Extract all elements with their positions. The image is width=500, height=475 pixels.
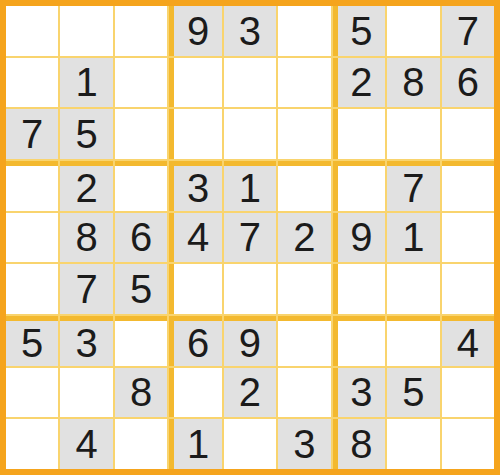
cell-r5c6[interactable]: 2 bbox=[278, 213, 330, 263]
cell-r1c6[interactable] bbox=[278, 6, 330, 56]
cell-r2c7[interactable]: 2 bbox=[333, 58, 385, 108]
cell-r9c1[interactable] bbox=[6, 419, 58, 469]
cell-r4c1[interactable] bbox=[6, 161, 58, 211]
cell-r1c2[interactable] bbox=[60, 6, 112, 56]
cell-r3c5[interactable] bbox=[224, 109, 276, 159]
cell-r6c6[interactable] bbox=[278, 264, 330, 314]
cell-r5c4[interactable]: 4 bbox=[169, 213, 221, 263]
cell-r1c4[interactable]: 9 bbox=[169, 6, 221, 56]
cell-r9c5[interactable] bbox=[224, 419, 276, 469]
cell-r7c5[interactable]: 9 bbox=[224, 316, 276, 366]
cell-r5c7[interactable]: 9 bbox=[333, 213, 385, 263]
cell-r7c2[interactable]: 3 bbox=[60, 316, 112, 366]
cell-r2c5[interactable] bbox=[224, 58, 276, 108]
cell-r9c4[interactable]: 1 bbox=[169, 419, 221, 469]
cell-r3c1[interactable]: 7 bbox=[6, 109, 58, 159]
cell-r5c2[interactable]: 8 bbox=[60, 213, 112, 263]
cell-r5c9[interactable] bbox=[442, 213, 494, 263]
sudoku-grid: 935712867523178647291755369482354138 bbox=[6, 6, 494, 469]
cell-r7c4[interactable]: 6 bbox=[169, 316, 221, 366]
cell-r2c4[interactable] bbox=[169, 58, 221, 108]
cell-r6c8[interactable] bbox=[387, 264, 439, 314]
cell-r9c8[interactable] bbox=[387, 419, 439, 469]
cell-r7c1[interactable]: 5 bbox=[6, 316, 58, 366]
cell-r9c9[interactable] bbox=[442, 419, 494, 469]
cell-r7c9[interactable]: 4 bbox=[442, 316, 494, 366]
cell-r1c8[interactable] bbox=[387, 6, 439, 56]
cell-r4c8[interactable]: 7 bbox=[387, 161, 439, 211]
cell-r8c2[interactable] bbox=[60, 368, 112, 418]
cell-r7c8[interactable] bbox=[387, 316, 439, 366]
cell-r6c5[interactable] bbox=[224, 264, 276, 314]
cell-r9c3[interactable] bbox=[115, 419, 167, 469]
cell-r1c1[interactable] bbox=[6, 6, 58, 56]
cell-r3c9[interactable] bbox=[442, 109, 494, 159]
cell-r1c5[interactable]: 3 bbox=[224, 6, 276, 56]
cell-r9c7[interactable]: 8 bbox=[333, 419, 385, 469]
cell-r8c8[interactable]: 5 bbox=[387, 368, 439, 418]
cell-r2c3[interactable] bbox=[115, 58, 167, 108]
cell-r1c3[interactable] bbox=[115, 6, 167, 56]
cell-r5c8[interactable]: 1 bbox=[387, 213, 439, 263]
cell-r6c4[interactable] bbox=[169, 264, 221, 314]
cell-r3c6[interactable] bbox=[278, 109, 330, 159]
cell-r1c9[interactable]: 7 bbox=[442, 6, 494, 56]
cell-r6c1[interactable] bbox=[6, 264, 58, 314]
cell-r2c9[interactable]: 6 bbox=[442, 58, 494, 108]
cell-r4c3[interactable] bbox=[115, 161, 167, 211]
cell-r8c5[interactable]: 2 bbox=[224, 368, 276, 418]
cell-r2c6[interactable] bbox=[278, 58, 330, 108]
cell-r4c2[interactable]: 2 bbox=[60, 161, 112, 211]
cell-r9c6[interactable]: 3 bbox=[278, 419, 330, 469]
cell-r1c7[interactable]: 5 bbox=[333, 6, 385, 56]
cell-r3c4[interactable] bbox=[169, 109, 221, 159]
cell-r2c8[interactable]: 8 bbox=[387, 58, 439, 108]
cell-r5c3[interactable]: 6 bbox=[115, 213, 167, 263]
cell-r3c7[interactable] bbox=[333, 109, 385, 159]
cell-r8c4[interactable] bbox=[169, 368, 221, 418]
cell-r6c3[interactable]: 5 bbox=[115, 264, 167, 314]
cell-r7c7[interactable] bbox=[333, 316, 385, 366]
cell-r6c2[interactable]: 7 bbox=[60, 264, 112, 314]
cell-r4c4[interactable]: 3 bbox=[169, 161, 221, 211]
cell-r4c5[interactable]: 1 bbox=[224, 161, 276, 211]
cell-r3c2[interactable]: 5 bbox=[60, 109, 112, 159]
cell-r4c7[interactable] bbox=[333, 161, 385, 211]
cell-r4c6[interactable] bbox=[278, 161, 330, 211]
sudoku-board: 935712867523178647291755369482354138 bbox=[0, 0, 500, 475]
cell-r8c3[interactable]: 8 bbox=[115, 368, 167, 418]
cell-r7c6[interactable] bbox=[278, 316, 330, 366]
cell-r8c9[interactable] bbox=[442, 368, 494, 418]
cell-r8c7[interactable]: 3 bbox=[333, 368, 385, 418]
cell-r4c9[interactable] bbox=[442, 161, 494, 211]
cell-r8c1[interactable] bbox=[6, 368, 58, 418]
cell-r5c5[interactable]: 7 bbox=[224, 213, 276, 263]
cell-r5c1[interactable] bbox=[6, 213, 58, 263]
cell-r6c7[interactable] bbox=[333, 264, 385, 314]
cell-r8c6[interactable] bbox=[278, 368, 330, 418]
cell-r2c1[interactable] bbox=[6, 58, 58, 108]
cell-r7c3[interactable] bbox=[115, 316, 167, 366]
cell-r9c2[interactable]: 4 bbox=[60, 419, 112, 469]
cell-r3c8[interactable] bbox=[387, 109, 439, 159]
cell-r6c9[interactable] bbox=[442, 264, 494, 314]
cell-r2c2[interactable]: 1 bbox=[60, 58, 112, 108]
cell-r3c3[interactable] bbox=[115, 109, 167, 159]
